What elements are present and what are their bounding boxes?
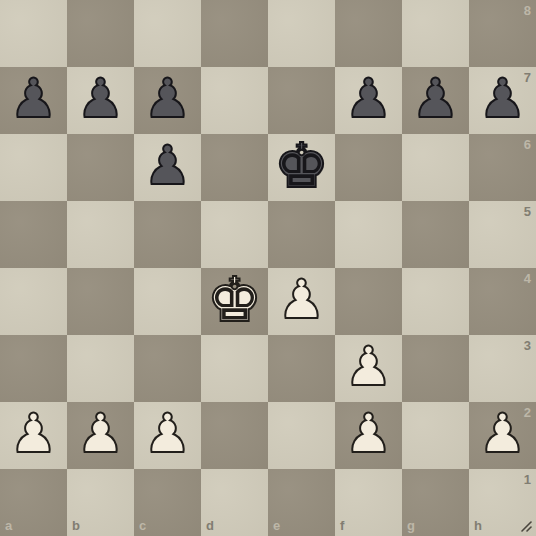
file-label-e: e bbox=[273, 519, 280, 532]
white-pawn[interactable]: ♟ bbox=[9, 407, 57, 461]
square-f5[interactable] bbox=[335, 201, 402, 268]
square-h6[interactable]: 6 bbox=[469, 134, 536, 201]
square-d1[interactable]: d bbox=[201, 469, 268, 536]
square-c1[interactable]: c bbox=[134, 469, 201, 536]
square-h4[interactable]: 4 bbox=[469, 268, 536, 335]
square-a8[interactable] bbox=[0, 0, 67, 67]
square-g7[interactable]: ♟ bbox=[402, 67, 469, 134]
square-e4[interactable]: ♟ bbox=[268, 268, 335, 335]
square-a7[interactable]: ♟ bbox=[0, 67, 67, 134]
square-c6[interactable]: ♟ bbox=[134, 134, 201, 201]
square-g6[interactable] bbox=[402, 134, 469, 201]
black-pawn[interactable]: ♟ bbox=[478, 72, 526, 126]
square-h2[interactable]: ♟2 bbox=[469, 402, 536, 469]
white-pawn[interactable]: ♟ bbox=[478, 407, 526, 461]
square-f8[interactable] bbox=[335, 0, 402, 67]
rank-label-8: 8 bbox=[524, 4, 531, 17]
square-a5[interactable] bbox=[0, 201, 67, 268]
white-pawn[interactable]: ♟ bbox=[344, 340, 392, 394]
square-h8[interactable]: 8 bbox=[469, 0, 536, 67]
white-pawn[interactable]: ♟ bbox=[143, 407, 191, 461]
square-h7[interactable]: ♟7 bbox=[469, 67, 536, 134]
square-a1[interactable]: a bbox=[0, 469, 67, 536]
black-pawn[interactable]: ♟ bbox=[143, 72, 191, 126]
square-e5[interactable] bbox=[268, 201, 335, 268]
square-b2[interactable]: ♟ bbox=[67, 402, 134, 469]
file-label-g: g bbox=[407, 519, 415, 532]
white-pawn[interactable]: ♟ bbox=[76, 407, 124, 461]
square-g3[interactable] bbox=[402, 335, 469, 402]
square-g1[interactable]: g bbox=[402, 469, 469, 536]
square-d7[interactable] bbox=[201, 67, 268, 134]
board-resize-handle-icon[interactable] bbox=[520, 520, 534, 534]
rank-label-6: 6 bbox=[524, 138, 531, 151]
rank-label-1: 1 bbox=[524, 473, 531, 486]
square-f3[interactable]: ♟ bbox=[335, 335, 402, 402]
square-a3[interactable] bbox=[0, 335, 67, 402]
square-c8[interactable] bbox=[134, 0, 201, 67]
square-d3[interactable] bbox=[201, 335, 268, 402]
square-c2[interactable]: ♟ bbox=[134, 402, 201, 469]
black-king[interactable]: ♚ bbox=[274, 135, 330, 197]
file-label-f: f bbox=[340, 519, 344, 532]
square-d6[interactable] bbox=[201, 134, 268, 201]
file-label-d: d bbox=[206, 519, 214, 532]
square-d4[interactable]: ♚ bbox=[201, 268, 268, 335]
black-pawn[interactable]: ♟ bbox=[411, 72, 459, 126]
square-c3[interactable] bbox=[134, 335, 201, 402]
square-b6[interactable] bbox=[67, 134, 134, 201]
square-b8[interactable] bbox=[67, 0, 134, 67]
square-h5[interactable]: 5 bbox=[469, 201, 536, 268]
square-g5[interactable] bbox=[402, 201, 469, 268]
square-e3[interactable] bbox=[268, 335, 335, 402]
black-pawn[interactable]: ♟ bbox=[76, 72, 124, 126]
white-pawn[interactable]: ♟ bbox=[277, 273, 325, 327]
black-pawn[interactable]: ♟ bbox=[143, 139, 191, 193]
file-label-h: h bbox=[474, 519, 482, 532]
white-pawn[interactable]: ♟ bbox=[344, 407, 392, 461]
square-b4[interactable] bbox=[67, 268, 134, 335]
square-b5[interactable] bbox=[67, 201, 134, 268]
square-a4[interactable] bbox=[0, 268, 67, 335]
file-label-a: a bbox=[5, 519, 12, 532]
square-g8[interactable] bbox=[402, 0, 469, 67]
chess-board: 8♟♟♟♟♟♟7♟♚65♚♟4♟3♟♟♟♟♟2abcdefgh1 bbox=[0, 0, 536, 536]
square-e8[interactable] bbox=[268, 0, 335, 67]
square-h3[interactable]: 3 bbox=[469, 335, 536, 402]
black-pawn[interactable]: ♟ bbox=[344, 72, 392, 126]
square-b7[interactable]: ♟ bbox=[67, 67, 134, 134]
square-c5[interactable] bbox=[134, 201, 201, 268]
square-e2[interactable] bbox=[268, 402, 335, 469]
square-f7[interactable]: ♟ bbox=[335, 67, 402, 134]
square-f2[interactable]: ♟ bbox=[335, 402, 402, 469]
square-d8[interactable] bbox=[201, 0, 268, 67]
rank-label-3: 3 bbox=[524, 339, 531, 352]
rank-label-4: 4 bbox=[524, 272, 531, 285]
file-label-b: b bbox=[72, 519, 80, 532]
square-g2[interactable] bbox=[402, 402, 469, 469]
square-c4[interactable] bbox=[134, 268, 201, 335]
square-a2[interactable]: ♟ bbox=[0, 402, 67, 469]
square-b3[interactable] bbox=[67, 335, 134, 402]
square-a6[interactable] bbox=[0, 134, 67, 201]
square-e1[interactable]: e bbox=[268, 469, 335, 536]
square-e7[interactable] bbox=[268, 67, 335, 134]
square-f6[interactable] bbox=[335, 134, 402, 201]
square-b1[interactable]: b bbox=[67, 469, 134, 536]
square-g4[interactable] bbox=[402, 268, 469, 335]
white-king[interactable]: ♚ bbox=[207, 269, 263, 331]
square-d5[interactable] bbox=[201, 201, 268, 268]
rank-label-5: 5 bbox=[524, 205, 531, 218]
square-f1[interactable]: f bbox=[335, 469, 402, 536]
square-c7[interactable]: ♟ bbox=[134, 67, 201, 134]
square-f4[interactable] bbox=[335, 268, 402, 335]
black-pawn[interactable]: ♟ bbox=[9, 72, 57, 126]
file-label-c: c bbox=[139, 519, 146, 532]
square-d2[interactable] bbox=[201, 402, 268, 469]
square-e6[interactable]: ♚ bbox=[268, 134, 335, 201]
